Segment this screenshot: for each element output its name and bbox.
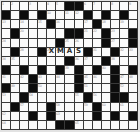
black-cell [47,112,55,120]
crossword-cell[interactable] [11,93,19,101]
crossword-cell[interactable] [20,57,28,65]
cell-number: 37 [84,57,88,60]
crossword-cell[interactable]: 20 [20,29,28,37]
black-cell [93,103,101,111]
cell-number: 44 [56,75,60,78]
cell-number: 2 [11,2,13,5]
cell-number: 58 [56,103,60,106]
crossword-cell[interactable] [11,39,19,47]
crossword-cell[interactable] [120,2,128,10]
crossword-cell[interactable] [84,66,92,74]
crossword-cell[interactable] [111,103,119,111]
crossword-cell[interactable] [11,11,19,19]
crossword-cell[interactable] [47,66,55,74]
crossword-cell[interactable] [29,66,37,74]
crossword-cell[interactable]: 6 [84,2,92,10]
cell-number: 60 [102,103,106,106]
crossword-cell[interactable] [2,29,10,37]
cell-number: 5 [56,2,58,5]
crossword-cell[interactable]: 15 [38,20,46,28]
black-cell [84,93,92,101]
cell-number: 65 [75,121,79,124]
crossword-cell[interactable]: 19 [120,20,128,28]
crossword-cell[interactable] [56,93,64,101]
cell-number: 19 [120,20,124,23]
cell-number: 17 [84,20,88,23]
crossword-cell[interactable] [38,39,46,47]
cell-letter: M [56,48,64,56]
crossword-cell[interactable] [129,57,137,65]
crossword-cell[interactable] [47,39,55,47]
crossword-cell[interactable] [11,121,19,129]
crossword-cell[interactable] [47,93,55,101]
cell-number: 1 [2,2,4,5]
crossword-cell[interactable] [120,66,128,74]
black-cell [75,66,83,74]
black-cell [65,121,73,129]
crossword-cell[interactable] [29,11,37,19]
crossword-cell[interactable]: 48 [129,75,137,83]
cell-number: 7 [93,2,95,5]
cell-number: 12 [75,11,79,14]
crossword-cell[interactable]: 11 [65,11,73,19]
cell-number: 31 [93,48,97,51]
crossword-cell[interactable]: 60 [102,103,110,111]
black-cell [75,2,83,10]
crossword-cell[interactable] [111,20,119,28]
crossword-cell[interactable] [38,2,46,10]
crossword-cell[interactable] [20,39,28,47]
black-cell [2,11,10,19]
crossword-cell[interactable] [56,57,64,65]
crossword-cell[interactable] [56,84,64,92]
crossword-cell[interactable] [29,103,37,111]
crossword-cell[interactable] [111,121,119,129]
crossword-cell[interactable] [102,112,110,120]
cell-number: 18 [102,20,106,23]
black-cell [120,11,128,19]
cell-number: 3 [29,2,31,5]
crossword-cell[interactable]: 7 [93,2,101,10]
crossword-cell[interactable] [29,20,37,28]
cell-letter: A [65,48,73,56]
cell-number: 53 [2,93,6,96]
crossword-board: 1234567891011121314151617181920212223242… [1,1,138,130]
crossword-cell[interactable] [47,75,55,83]
black-cell [47,20,55,28]
crossword-cell[interactable]: 38 [111,57,119,65]
crossword-cell[interactable] [75,112,83,120]
black-cell [56,66,64,74]
crossword-cell[interactable]: 65 [75,121,83,129]
crossword-cell[interactable]: 42 [20,75,28,83]
cell-number: 26 [75,39,79,42]
crossword-cell[interactable]: 26 [75,39,83,47]
cell-number: 62 [2,112,6,115]
black-cell [129,39,137,47]
crossword-cell[interactable] [38,57,46,65]
crossword-cell[interactable] [38,121,46,129]
crossword-cell[interactable]: 9 [129,2,137,10]
cell-number: 40 [102,66,106,69]
black-cell [20,11,28,19]
crossword-cell[interactable] [75,20,83,28]
crossword-cell[interactable] [129,20,137,28]
black-cell [75,29,83,37]
crossword-cell[interactable] [65,20,73,28]
cell-number: 23 [111,29,115,32]
crossword-cell[interactable]: 59 [84,103,92,111]
cell-number: 55 [75,93,79,96]
black-cell [29,112,37,120]
black-cell [129,66,137,74]
black-cell [2,66,10,74]
cell-number: 16 [56,20,60,23]
crossword-cell[interactable]: 30M [56,48,64,56]
cell-number: 6 [84,2,86,5]
cell-number: 46 [93,75,97,78]
crossword-cell[interactable] [29,57,37,65]
cell-number: 51 [84,84,88,87]
cell-number: 43 [38,75,42,78]
cell-number: 45 [84,75,88,78]
crossword-cell[interactable] [93,11,101,19]
crossword-cell[interactable]: 55 [75,93,83,101]
crossword-cell[interactable]: 17 [84,20,92,28]
black-cell [102,57,110,65]
crossword-cell[interactable] [111,11,119,19]
cell-number: 21 [84,29,88,32]
cell-number: 52 [120,84,124,87]
cell-number: 39 [65,66,69,69]
crossword-cell[interactable]: 21 [84,29,92,37]
black-cell [111,112,119,120]
black-cell [29,84,37,92]
crossword-cell[interactable] [47,29,55,37]
black-cell [129,29,137,37]
black-cell [75,84,83,92]
crossword-cell[interactable] [47,57,55,65]
crossword-cell[interactable]: 35 [11,57,19,65]
black-cell [65,2,73,10]
black-cell [102,11,110,19]
crossword-cell[interactable] [93,84,101,92]
crossword-cell[interactable]: 29X [47,48,55,56]
black-cell [2,84,10,92]
cell-letter: X [47,48,55,56]
crossword-cell[interactable]: 4 [47,2,55,10]
black-cell [84,11,92,19]
black-cell [93,20,101,28]
cell-number: 48 [129,75,133,78]
crossword-cell[interactable] [2,103,10,111]
crossword-cell[interactable] [93,57,101,65]
crossword-cell[interactable]: 50 [38,84,46,92]
black-cell [111,66,119,74]
crossword-cell[interactable]: 64 [2,121,10,129]
crossword-cell[interactable] [65,112,73,120]
crossword-cell[interactable] [11,66,19,74]
crossword-cell[interactable]: 41 [2,75,10,83]
crossword-cell[interactable] [11,20,19,28]
crossword-cell[interactable] [38,93,46,101]
crossword-cell[interactable] [102,75,110,83]
crossword-cell[interactable]: 58 [56,103,64,111]
cell-number: 11 [65,11,69,14]
crossword-cell[interactable] [102,93,110,101]
crossword-cell[interactable]: 31 [93,48,101,56]
crossword-cell[interactable] [84,112,92,120]
crossword-cell[interactable] [20,2,28,10]
crossword-cell[interactable] [29,48,37,56]
cell-number: 63 [56,112,60,115]
crossword-cell[interactable]: 39 [65,66,73,74]
black-cell [56,39,64,47]
crossword-cell[interactable]: 14 [20,20,28,28]
crossword-cell[interactable] [47,84,55,92]
black-cell [11,48,19,56]
cell-number: 25 [65,39,69,42]
crossword-cell[interactable] [47,121,55,129]
crossword-cell[interactable] [56,11,64,19]
crossword-cell[interactable]: 1 [2,2,10,10]
cell-number: 36 [75,57,79,60]
crossword-cell[interactable] [65,75,73,83]
crossword-cell[interactable]: 18 [102,20,110,28]
crossword-cell[interactable] [65,84,73,92]
crossword-cell[interactable] [120,121,128,129]
crossword-cell[interactable]: 23 [111,29,119,37]
crossword-cell[interactable]: 12 [75,11,83,19]
crossword-cell[interactable] [11,75,19,83]
cell-number: 50 [38,84,42,87]
crossword-cell[interactable]: A [65,48,73,56]
cell-number: 24 [2,39,6,42]
black-cell [75,75,83,83]
black-cell [38,11,46,19]
black-cell [111,48,119,56]
black-cell [102,39,110,47]
cell-number: 64 [2,121,6,124]
crossword-cell[interactable]: 33 [129,48,137,56]
crossword-cell[interactable]: 25 [65,39,73,47]
crossword-cell[interactable] [129,103,137,111]
black-cell [65,57,73,65]
crossword-cell[interactable]: 3 [29,2,37,10]
crossword-cell[interactable] [38,29,46,37]
crossword-cell[interactable] [102,48,110,56]
cell-number: 56 [93,93,97,96]
crossword-cell[interactable] [29,29,37,37]
crossword-cell[interactable] [29,39,37,47]
cell-number: 49 [11,84,15,87]
crossword-cell[interactable] [102,2,110,10]
black-cell [65,29,73,37]
cell-number: 20 [20,29,24,32]
crossword-cell[interactable]: 51 [84,84,92,92]
crossword-cell[interactable] [120,39,128,47]
crossword-cell[interactable]: S [75,48,83,56]
crossword-cell[interactable]: 24 [2,39,10,47]
crossword-cell[interactable] [102,121,110,129]
cell-number: 14 [20,20,24,23]
crossword-cell[interactable]: 37 [84,57,92,65]
black-cell [120,93,128,101]
crossword-cell[interactable]: 22 [93,29,101,37]
crossword-cell[interactable] [120,57,128,65]
crossword-cell[interactable]: 47 [120,75,128,83]
crossword-cell[interactable]: 32 [120,48,128,56]
crossword-cell[interactable] [56,29,64,37]
crossword-cell[interactable] [84,39,92,47]
black-cell [111,93,119,101]
crossword-cell[interactable] [84,121,92,129]
cell-number: 34 [2,57,6,60]
black-cell [47,103,55,111]
crossword-cell[interactable]: 10 [47,11,55,19]
black-cell [93,112,101,120]
crossword-cell[interactable]: 5 [56,2,64,10]
black-cell [38,48,46,56]
cell-number: 47 [120,75,124,78]
cell-number: 10 [47,11,51,14]
cell-number: 13 [2,20,6,23]
crossword-cell[interactable]: 45 [84,75,92,83]
crossword-cell[interactable] [65,93,73,101]
cell-number: 22 [93,29,97,32]
cell-number: 59 [84,103,88,106]
crossword-cell[interactable] [38,112,46,120]
black-cell [29,75,37,83]
cell-number: 32 [120,48,124,51]
crossword-cell[interactable] [20,121,28,129]
cell-number: 9 [129,2,131,5]
crossword-cell[interactable] [29,121,37,129]
black-cell [56,121,64,129]
cell-number: 61 [120,103,124,106]
cell-number: 38 [111,57,115,60]
black-cell [111,75,119,83]
crossword-cell[interactable] [129,11,137,19]
cell-letter: S [75,48,83,56]
crossword-cell[interactable] [93,121,101,129]
black-cell [111,84,119,92]
crossword-cell[interactable] [75,103,83,111]
cell-number: 27 [111,39,115,42]
black-cell [11,103,19,111]
crossword-cell[interactable] [93,39,101,47]
black-cell [129,112,137,120]
cell-number: 4 [47,2,49,5]
cell-number: 33 [129,48,133,51]
crossword-cell[interactable] [120,112,128,120]
crossword-cell[interactable]: 8 [111,2,119,10]
crossword-cell[interactable] [20,84,28,92]
crossword-cell[interactable]: 52 [120,84,128,92]
black-cell [38,66,46,74]
crossword-cell[interactable] [38,103,46,111]
crossword-cell[interactable]: 63 [56,112,64,120]
crossword-cell[interactable] [129,93,137,101]
crossword-cell[interactable] [102,84,110,92]
crossword-cell[interactable]: 27 [111,39,119,47]
crossword-cell[interactable]: 43 [38,75,46,83]
crossword-cell[interactable]: 53 [2,93,10,101]
crossword-cell[interactable]: 44 [56,75,64,83]
cell-number: 41 [2,75,6,78]
crossword-cell[interactable]: 13 [2,20,10,28]
crossword-cell[interactable]: 28 [20,48,28,56]
crossword-cell[interactable] [65,103,73,111]
crossword-cell[interactable]: 49 [11,84,19,92]
cell-number: 54 [29,93,33,96]
crossword-cell[interactable]: 16 [56,20,64,28]
crossword-cell[interactable]: 54 [29,93,37,101]
crossword-cell[interactable] [129,84,137,92]
crossword-cell[interactable] [20,112,28,120]
crossword-cell[interactable]: 62 [2,112,10,120]
crossword-cell[interactable]: 40 [102,66,110,74]
black-cell [84,48,92,56]
black-cell [20,93,28,101]
black-cell [102,29,110,37]
cell-number: 8 [111,2,113,5]
crossword-cell[interactable] [120,29,128,37]
crossword-cell[interactable]: 57 [20,103,28,111]
cell-number: 15 [38,20,42,23]
crossword-cell[interactable]: 46 [93,75,101,83]
crossword-cell[interactable] [129,121,137,129]
crossword-cell[interactable] [11,112,19,120]
cell-number: 28 [20,48,24,51]
cell-number: 57 [20,103,24,106]
crossword-cell[interactable]: 36 [75,57,83,65]
black-cell [20,66,28,74]
black-cell [93,66,101,74]
crossword-cell[interactable]: 61 [120,103,128,111]
black-cell [11,29,19,37]
cell-number: 35 [11,57,15,60]
cell-number: 42 [20,75,24,78]
crossword-cell[interactable] [2,48,10,56]
crossword-cell[interactable]: 2 [11,2,19,10]
crossword-cell[interactable]: 56 [93,93,101,101]
crossword-cell[interactable]: 34 [2,57,10,65]
